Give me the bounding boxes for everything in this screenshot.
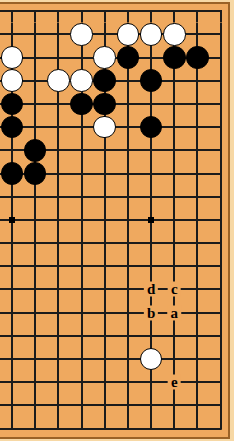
board-intersection [24,231,47,254]
board-intersection [209,0,232,23]
board-intersection [116,231,139,254]
board-intersection [186,301,209,324]
board-intersection [47,324,70,347]
board-intersection [186,46,209,69]
star-point [148,217,154,223]
board-intersection [0,371,23,394]
black-stone [1,93,24,116]
black-stone [163,46,186,69]
board-intersection [140,394,163,417]
board-intersection [70,324,93,347]
board-intersection [209,417,232,440]
board-intersection [47,0,70,23]
board-intersection [140,162,163,185]
board-intersection [93,162,116,185]
board-intersection [93,92,116,115]
go-diagram: dcbae [0,0,234,441]
board-intersection [47,278,70,301]
board-intersection [209,185,232,208]
board-intersection [116,255,139,278]
board-intersection [116,371,139,394]
board-intersection [70,69,93,92]
board-intersection [0,92,23,115]
board-intersection [70,417,93,440]
board-intersection [0,69,23,92]
go-board-grid: dcbae [0,0,232,440]
board-intersection [140,139,163,162]
board-intersection [163,324,186,347]
board-intersection [24,255,47,278]
board-intersection [47,162,70,185]
board-intersection [163,185,186,208]
board-intersection [24,162,47,185]
board-intersection [24,92,47,115]
board-intersection [116,116,139,139]
black-stone [140,69,163,92]
board-intersection [0,162,23,185]
board-intersection [0,208,23,231]
board-intersection [186,208,209,231]
board-intersection [209,301,232,324]
point-label-d: d [144,282,158,297]
board-intersection [0,23,23,46]
board-intersection [209,92,232,115]
board-intersection [70,116,93,139]
board-intersection [93,278,116,301]
board-intersection [209,139,232,162]
board-intersection [93,417,116,440]
black-stone [24,139,47,162]
board-intersection [47,23,70,46]
board-intersection [93,394,116,417]
board-intersection [70,46,93,69]
white-stone [1,46,24,69]
board-intersection [47,371,70,394]
board-intersection [0,116,23,139]
board-intersection [209,116,232,139]
board-intersection [0,139,23,162]
board-intersection [116,301,139,324]
board-intersection [93,231,116,254]
board-intersection [93,23,116,46]
board-intersection [47,92,70,115]
board-intersection [186,185,209,208]
black-stone [186,46,209,69]
board-intersection [163,69,186,92]
board-intersection [116,139,139,162]
board-intersection [163,231,186,254]
board-intersection [0,46,23,69]
board-intersection [47,46,70,69]
board-intersection [47,347,70,370]
board-intersection [186,23,209,46]
board-intersection [140,208,163,231]
board-intersection [0,255,23,278]
board-intersection [47,208,70,231]
board-intersection [47,185,70,208]
board-intersection [47,116,70,139]
board-intersection [163,347,186,370]
black-stone [1,116,24,139]
board-intersection [209,278,232,301]
board-intersection [186,278,209,301]
board-intersection [209,347,232,370]
board-intersection [116,92,139,115]
board-intersection [24,23,47,46]
board-intersection [186,231,209,254]
white-stone [140,23,163,46]
point-label-e: e [168,375,181,390]
black-stone [117,46,140,69]
board-intersection [186,347,209,370]
board-intersection [93,301,116,324]
board-intersection [47,255,70,278]
board-intersection [0,185,23,208]
board-intersection [116,394,139,417]
board-intersection [24,116,47,139]
board-intersection [163,417,186,440]
board-intersection [70,231,93,254]
board-intersection [93,139,116,162]
board-intersection [140,69,163,92]
board-intersection [24,347,47,370]
board-intersection [163,394,186,417]
board-intersection [70,301,93,324]
board-intersection [116,162,139,185]
board-intersection [0,394,23,417]
point-label-c: c [168,282,181,297]
board-intersection [186,69,209,92]
board-intersection [24,301,47,324]
board-intersection [140,0,163,23]
board-intersection [93,185,116,208]
board-intersection [116,347,139,370]
board-intersection [163,116,186,139]
black-stone [93,93,116,116]
board-intersection [186,394,209,417]
board-intersection [0,0,23,23]
white-stone [1,69,24,92]
white-stone [93,46,116,69]
board-intersection [93,0,116,23]
board-intersection [70,394,93,417]
board-intersection [116,185,139,208]
board-intersection [209,69,232,92]
black-stone [140,116,163,139]
board-intersection [140,46,163,69]
board-intersection [0,324,23,347]
board-intersection [116,324,139,347]
board-intersection [24,0,47,23]
board-intersection [140,23,163,46]
board-intersection [93,347,116,370]
board-intersection [70,92,93,115]
board-intersection [47,231,70,254]
board-intersection [24,69,47,92]
board-intersection [163,23,186,46]
board-intersection [140,324,163,347]
board-intersection [70,162,93,185]
white-stone [117,23,140,46]
board-intersection [209,255,232,278]
board-intersection [93,116,116,139]
board-intersection [186,139,209,162]
board-intersection: d [140,278,163,301]
board-intersection [163,92,186,115]
board-intersection [116,46,139,69]
board-intersection [24,208,47,231]
board-intersection [209,371,232,394]
board-intersection [140,92,163,115]
board-intersection [0,231,23,254]
board-intersection [163,208,186,231]
board-intersection [186,92,209,115]
board-intersection [47,139,70,162]
board-intersection [24,394,47,417]
board-intersection [24,139,47,162]
black-stone [93,69,116,92]
board-intersection [140,371,163,394]
board-intersection [47,394,70,417]
board-intersection [24,278,47,301]
board-intersection [70,371,93,394]
board-intersection [116,69,139,92]
point-label-a: a [168,305,182,320]
board-intersection [140,116,163,139]
board-intersection [24,417,47,440]
board-intersection [47,301,70,324]
board-intersection [70,185,93,208]
board-intersection [24,185,47,208]
board-intersection [93,371,116,394]
board-intersection [47,417,70,440]
board-intersection [70,347,93,370]
board-intersection [140,231,163,254]
board-intersection [24,371,47,394]
board-intersection [140,185,163,208]
white-stone [70,69,93,92]
board-intersection [116,278,139,301]
board-intersection [116,208,139,231]
board-intersection [116,417,139,440]
board-intersection [186,324,209,347]
board-intersection [93,69,116,92]
board-intersection [70,23,93,46]
board-intersection [163,46,186,69]
board-intersection [163,139,186,162]
board-intersection [93,255,116,278]
board-intersection [140,417,163,440]
board-intersection [209,394,232,417]
board-intersection [209,324,232,347]
white-stone [47,69,70,92]
board-intersection [0,417,23,440]
board-intersection [24,46,47,69]
board-intersection [0,278,23,301]
board-intersection [70,208,93,231]
board-intersection [209,23,232,46]
white-stone [93,116,116,139]
board-intersection: b [140,301,163,324]
board-intersection [163,0,186,23]
board-intersection [24,324,47,347]
black-stone [1,162,24,185]
board-intersection [186,116,209,139]
board-intersection [70,139,93,162]
board-intersection [209,208,232,231]
board-intersection [163,162,186,185]
board-intersection [186,417,209,440]
white-stone [163,23,186,46]
board-intersection: c [163,278,186,301]
board-intersection [186,162,209,185]
board-intersection [70,278,93,301]
board-intersection [93,208,116,231]
board-intersection [70,0,93,23]
star-point [9,217,15,223]
black-stone [70,93,93,116]
board-intersection [140,347,163,370]
board-intersection [209,231,232,254]
board-intersection: e [163,371,186,394]
board-intersection [163,255,186,278]
board-intersection [70,255,93,278]
board-intersection [116,0,139,23]
board-intersection [186,255,209,278]
board-intersection [209,46,232,69]
board-intersection [93,46,116,69]
point-label-b: b [144,305,158,320]
board-intersection [47,69,70,92]
board-intersection [186,0,209,23]
board-intersection [116,23,139,46]
board-intersection [0,301,23,324]
white-stone [140,348,163,371]
white-stone [70,23,93,46]
board-intersection [0,347,23,370]
board-intersection: a [163,301,186,324]
board-intersection [209,162,232,185]
black-stone [24,162,47,185]
board-intersection [93,324,116,347]
board-intersection [140,255,163,278]
board-intersection [186,371,209,394]
